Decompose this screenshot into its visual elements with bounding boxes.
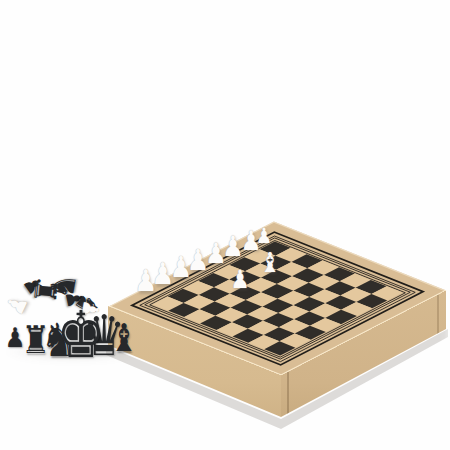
white-pawn: ♟ xyxy=(135,266,158,296)
black-king: ♚ xyxy=(57,303,106,367)
product-photo-scene: ♟♜♞♟♟♞♟♟♜♞♚♛♝♟♟♟♟♟♟♟♟♝♟ xyxy=(0,0,450,450)
white-bishop: ♝ xyxy=(260,249,281,276)
white-pawn: ♟ xyxy=(230,267,249,292)
white-pawn: ♟ xyxy=(241,227,262,254)
box-left-wall xyxy=(0,0,450,450)
